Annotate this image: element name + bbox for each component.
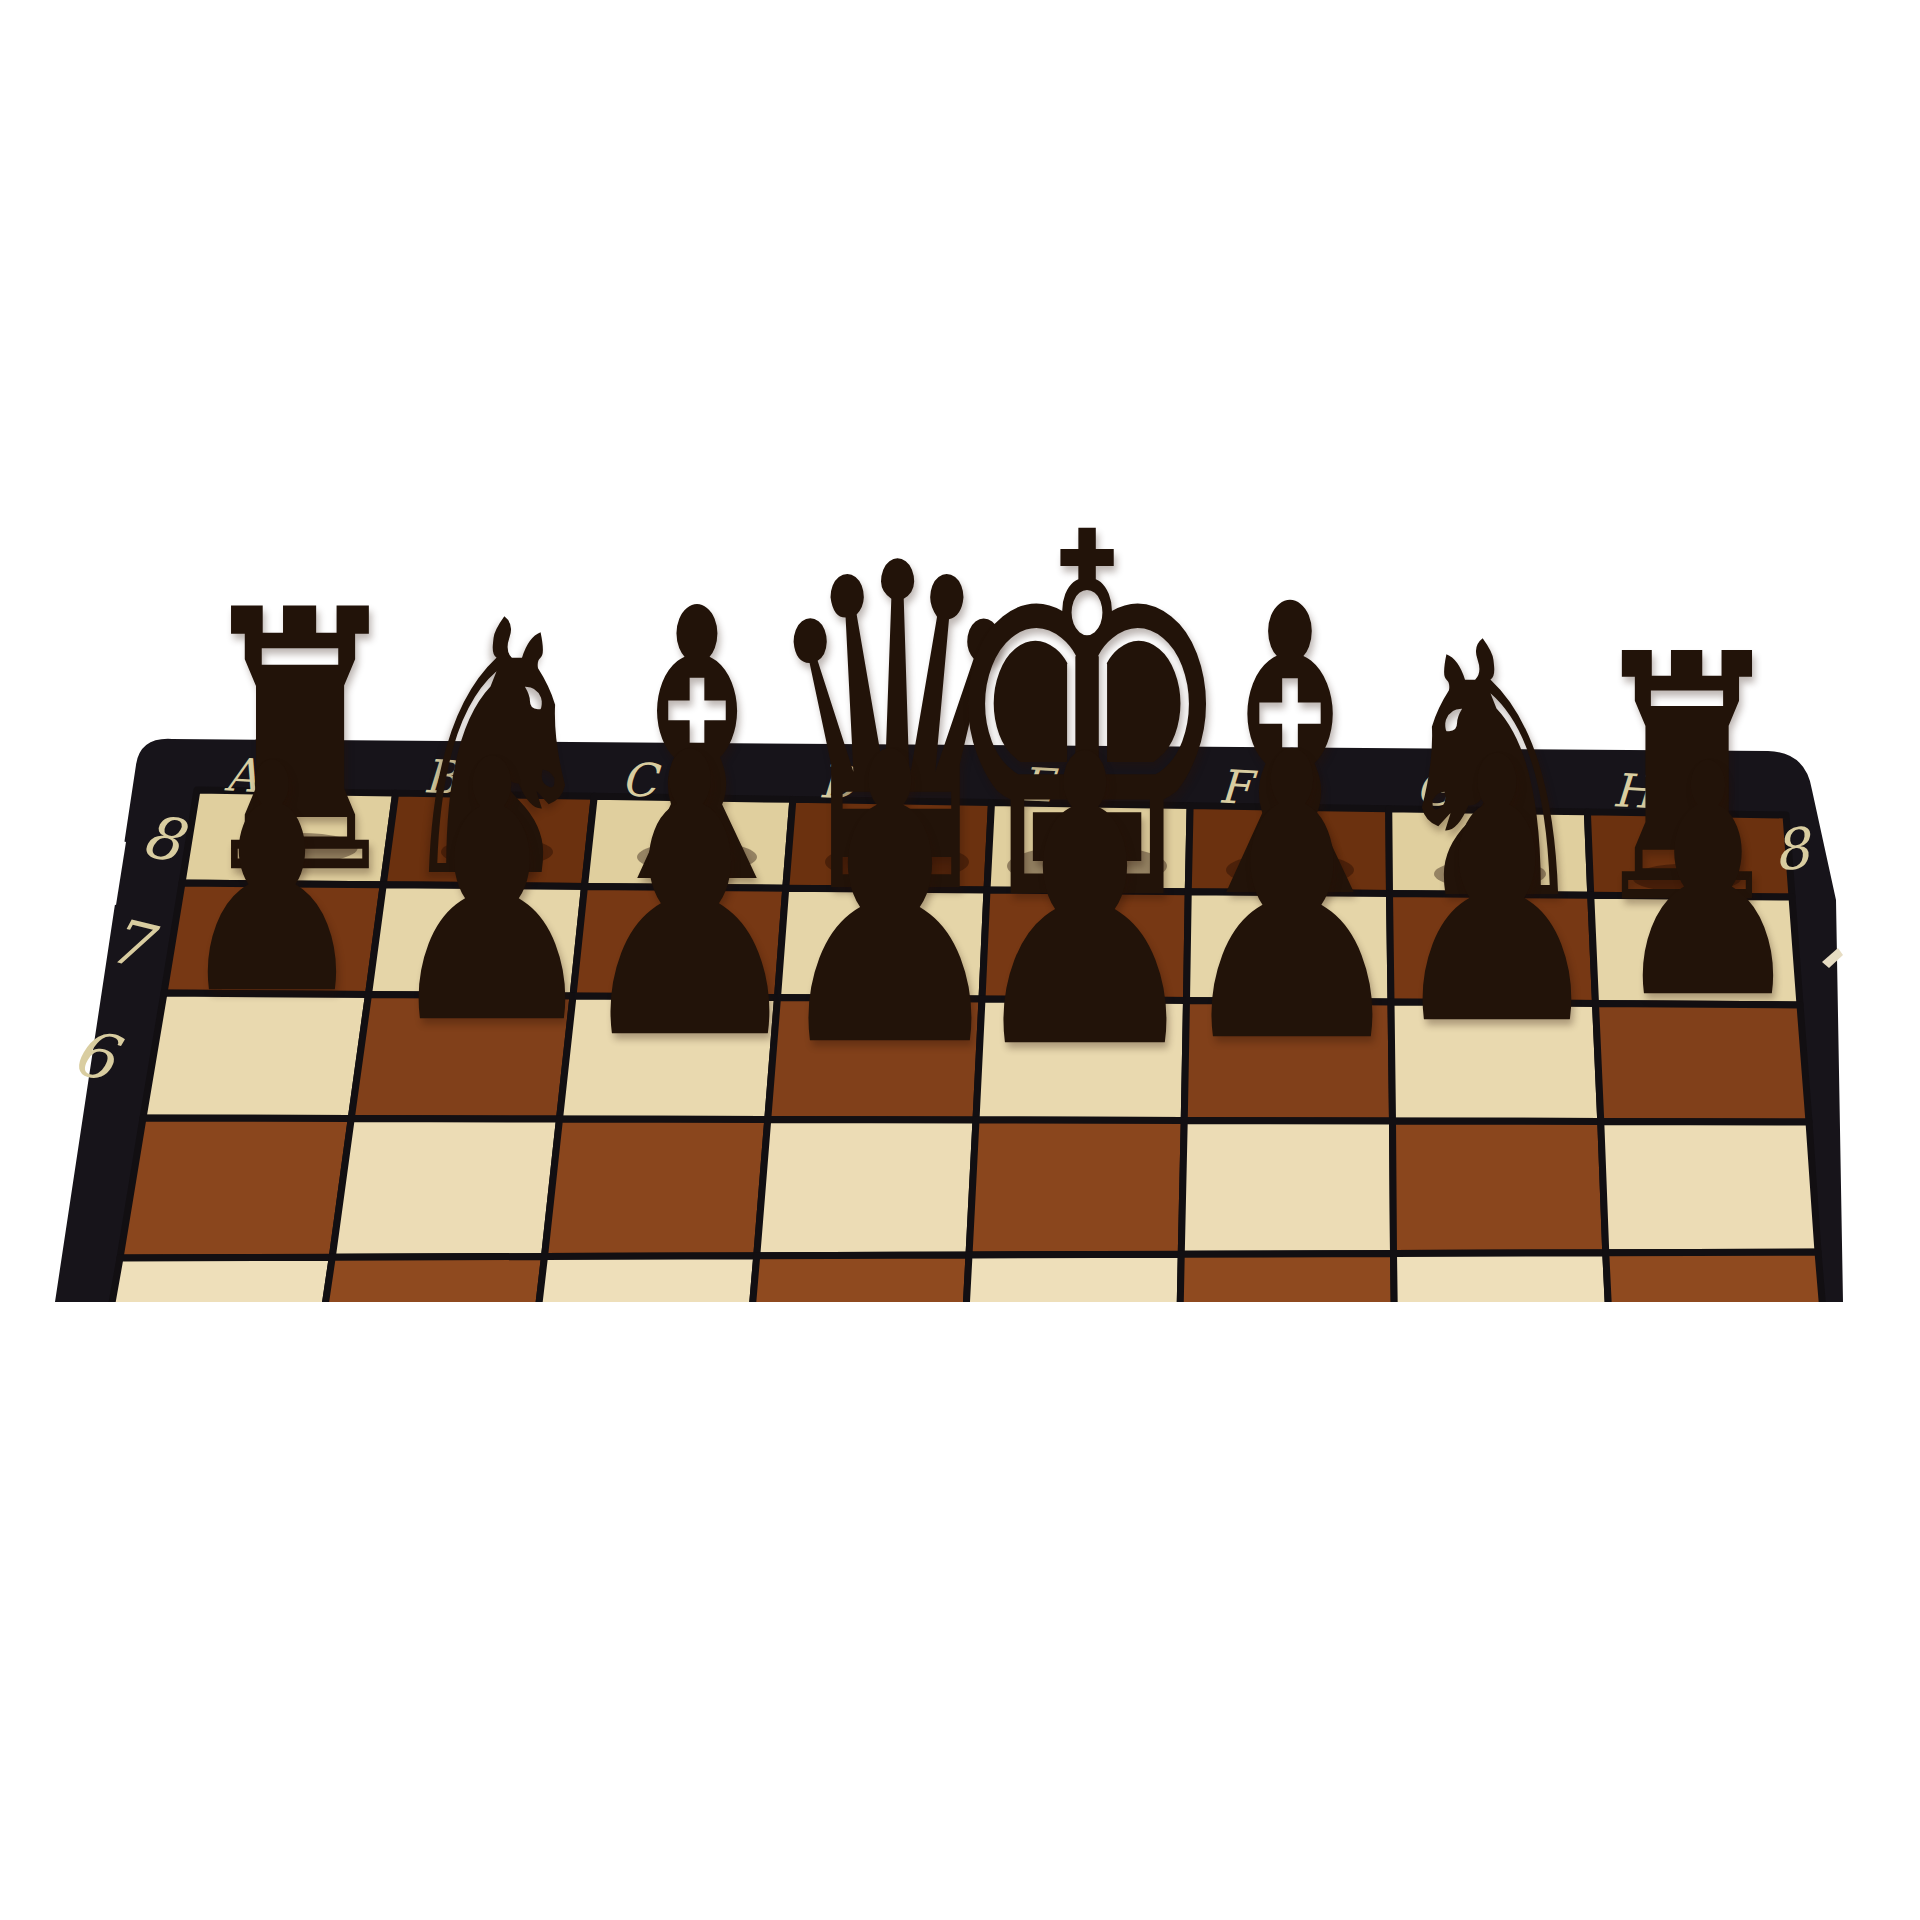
square-e4[interactable] [961,1254,1181,1405]
square-a5[interactable] [120,1118,351,1258]
square-b5[interactable] [332,1119,559,1258]
piece-black-pawn-a7[interactable]: ♟ [176,723,368,1038]
piece-black-pawn-f7[interactable]: ♟ [1172,702,1413,1097]
square-f5[interactable] [1181,1121,1393,1255]
white-glare-left [5,955,68,1175]
square-d4[interactable] [744,1255,969,1408]
square-g5[interactable] [1393,1121,1606,1254]
square-c4[interactable] [527,1256,757,1410]
square-f4[interactable] [1178,1254,1395,1403]
piece-black-pawn-e7[interactable]: ♟ [963,704,1207,1104]
square-h4[interactable] [1606,1252,1830,1398]
square-g4[interactable] [1394,1253,1613,1400]
square-b4[interactable] [309,1257,544,1413]
piece-black-pawn-b7[interactable]: ♟ [382,714,601,1074]
square-c5[interactable] [545,1119,768,1257]
piece-black-pawn-h7[interactable]: ♟ [1610,722,1805,1042]
chess-set-photo: chess ABCDEFGH8768 ♜♞♝♛♚♝♞♜♟♟♟♟♟♟♟♟ [0,0,1920,1920]
square-e5[interactable] [969,1120,1184,1255]
piece-black-pawn-g7[interactable]: ♟ [1386,710,1609,1075]
square-a4[interactable] [92,1257,332,1415]
square-d5[interactable] [757,1120,976,1256]
square-h5[interactable] [1601,1122,1818,1253]
